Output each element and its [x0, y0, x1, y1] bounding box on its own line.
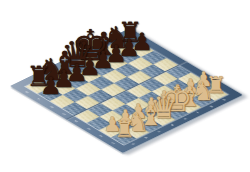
black-pawn[interactable]: ♟ [39, 74, 63, 98]
chess-set-photo: abcdefgh87654321 ♜♞♝♛♚♝♞♜♟♟♟♟♟♟♟♟♟♟♟♟♟♟♟… [0, 0, 250, 172]
pieces-layer: ♜♞♝♛♚♝♞♜♟♟♟♟♟♟♟♟♟♟♟♟♟♟♟♟♜♞♝♛♚♝♞♜ [0, 0, 250, 172]
white-rook[interactable]: ♜ [113, 118, 136, 141]
